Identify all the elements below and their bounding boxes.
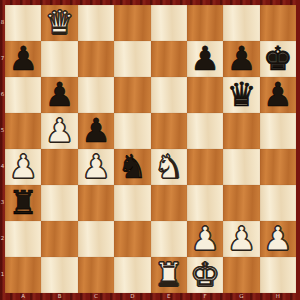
square-f7[interactable]: ♟ — [187, 41, 223, 77]
square-f1[interactable]: ♚ — [187, 257, 223, 293]
square-f8[interactable] — [187, 5, 223, 41]
piece-white-pawn-b5[interactable]: ♟ — [45, 114, 75, 147]
square-g3[interactable] — [223, 185, 259, 221]
piece-white-pawn-a4[interactable]: ♟ — [8, 150, 38, 183]
piece-black-pawn-f7[interactable]: ♟ — [190, 42, 220, 75]
square-b6[interactable]: ♟ — [41, 77, 77, 113]
piece-black-queen-g6[interactable]: ♛ — [227, 78, 257, 111]
square-c8[interactable] — [78, 5, 114, 41]
square-e8[interactable] — [151, 5, 187, 41]
square-c5[interactable]: ♟ — [78, 113, 114, 149]
square-a6[interactable] — [5, 77, 41, 113]
chess-board: ♛♟♟♟♚♟♛♟♟♟♟♟♞♞♜♟♟♟♜♚ — [5, 5, 296, 293]
square-c6[interactable] — [78, 77, 114, 113]
square-h4[interactable] — [260, 149, 296, 185]
piece-black-pawn-g7[interactable]: ♟ — [227, 42, 257, 75]
square-a1[interactable] — [5, 257, 41, 293]
square-a8[interactable] — [5, 5, 41, 41]
square-d4[interactable]: ♞ — [114, 149, 150, 185]
square-b7[interactable] — [41, 41, 77, 77]
square-b4[interactable] — [41, 149, 77, 185]
square-b1[interactable] — [41, 257, 77, 293]
file-label-h: H — [260, 293, 296, 300]
file-label-a: A — [5, 293, 41, 300]
square-f2[interactable]: ♟ — [187, 221, 223, 257]
square-d1[interactable] — [114, 257, 150, 293]
piece-black-pawn-a7[interactable]: ♟ — [8, 42, 38, 75]
piece-black-pawn-b6[interactable]: ♟ — [45, 78, 75, 111]
square-g4[interactable] — [223, 149, 259, 185]
piece-white-queen-b8[interactable]: ♛ — [45, 6, 75, 39]
square-d3[interactable] — [114, 185, 150, 221]
square-d6[interactable] — [114, 77, 150, 113]
square-e2[interactable] — [151, 221, 187, 257]
square-c4[interactable]: ♟ — [78, 149, 114, 185]
square-g6[interactable]: ♛ — [223, 77, 259, 113]
square-c3[interactable] — [78, 185, 114, 221]
piece-black-rook-a3[interactable]: ♜ — [8, 186, 38, 219]
square-a5[interactable] — [5, 113, 41, 149]
piece-white-knight-e4[interactable]: ♞ — [154, 150, 184, 183]
square-h7[interactable]: ♚ — [260, 41, 296, 77]
square-d7[interactable] — [114, 41, 150, 77]
square-a2[interactable] — [5, 221, 41, 257]
square-f3[interactable] — [187, 185, 223, 221]
square-e6[interactable] — [151, 77, 187, 113]
square-a3[interactable]: ♜ — [5, 185, 41, 221]
square-f6[interactable] — [187, 77, 223, 113]
square-c7[interactable] — [78, 41, 114, 77]
square-f4[interactable] — [187, 149, 223, 185]
square-h8[interactable] — [260, 5, 296, 41]
file-label-g: G — [223, 293, 259, 300]
square-g5[interactable] — [223, 113, 259, 149]
square-e1[interactable]: ♜ — [151, 257, 187, 293]
square-f5[interactable] — [187, 113, 223, 149]
file-label-d: D — [114, 293, 150, 300]
file-label-b: B — [41, 293, 77, 300]
piece-white-pawn-c4[interactable]: ♟ — [81, 150, 111, 183]
square-h3[interactable] — [260, 185, 296, 221]
file-label-e: E — [151, 293, 187, 300]
square-h5[interactable] — [260, 113, 296, 149]
square-a7[interactable]: ♟ — [5, 41, 41, 77]
square-b5[interactable]: ♟ — [41, 113, 77, 149]
square-c1[interactable] — [78, 257, 114, 293]
square-e4[interactable]: ♞ — [151, 149, 187, 185]
piece-white-pawn-g2[interactable]: ♟ — [227, 222, 257, 255]
square-b3[interactable] — [41, 185, 77, 221]
square-h1[interactable] — [260, 257, 296, 293]
square-d8[interactable] — [114, 5, 150, 41]
square-e7[interactable] — [151, 41, 187, 77]
square-e5[interactable] — [151, 113, 187, 149]
square-g2[interactable]: ♟ — [223, 221, 259, 257]
square-h2[interactable]: ♟ — [260, 221, 296, 257]
square-d2[interactable] — [114, 221, 150, 257]
piece-black-pawn-c5[interactable]: ♟ — [81, 114, 111, 147]
square-a4[interactable]: ♟ — [5, 149, 41, 185]
piece-white-rook-e1[interactable]: ♜ — [154, 258, 184, 291]
piece-white-pawn-f2[interactable]: ♟ — [190, 222, 220, 255]
piece-white-king-f1[interactable]: ♚ — [190, 258, 220, 291]
square-e3[interactable] — [151, 185, 187, 221]
file-label-c: C — [78, 293, 114, 300]
square-g7[interactable]: ♟ — [223, 41, 259, 77]
piece-black-pawn-h6[interactable]: ♟ — [263, 78, 293, 111]
square-h6[interactable]: ♟ — [260, 77, 296, 113]
chess-board-frame: 87654321 ♛♟♟♟♚♟♛♟♟♟♟♟♞♞♜♟♟♟♜♚ ABCDEFGH — [0, 0, 300, 300]
square-b2[interactable] — [41, 221, 77, 257]
square-c2[interactable] — [78, 221, 114, 257]
file-labels: ABCDEFGH — [5, 293, 296, 300]
square-d5[interactable] — [114, 113, 150, 149]
piece-white-pawn-h2[interactable]: ♟ — [263, 222, 293, 255]
piece-black-king-h7[interactable]: ♚ — [263, 42, 293, 75]
file-label-f: F — [187, 293, 223, 300]
square-g1[interactable] — [223, 257, 259, 293]
square-b8[interactable]: ♛ — [41, 5, 77, 41]
piece-black-knight-d4[interactable]: ♞ — [118, 150, 148, 183]
square-g8[interactable] — [223, 5, 259, 41]
